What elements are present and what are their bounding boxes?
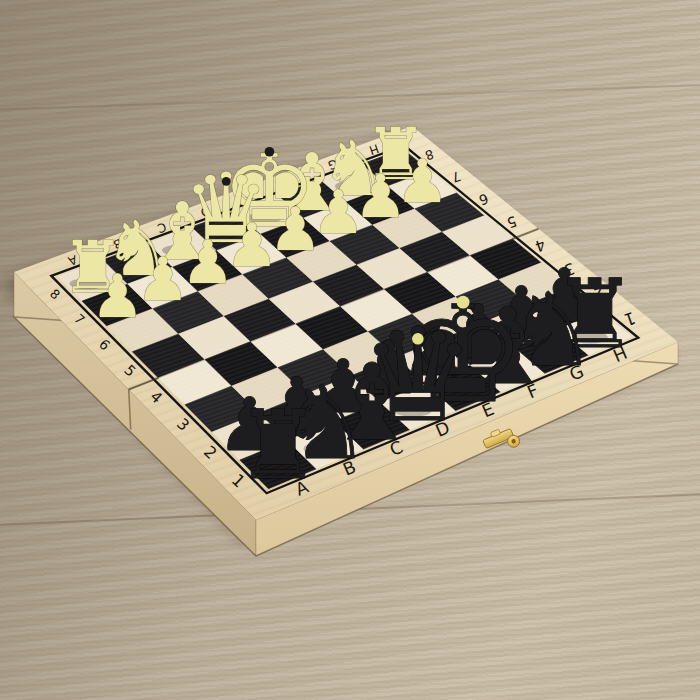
chessboard-photo: AABBCCDDEEFFGGHH8877665544332211♜♞♟♝♟♚♟♛… [0, 0, 700, 700]
royal-finial-white [222, 177, 231, 186]
piece-black-rook-a1: ♜ [235, 390, 320, 500]
product-photo-stage: AABBCCDDEEFFGGHH8877665544332211♜♞♟♝♟♚♟♛… [0, 0, 700, 700]
piece-white-pawn-a7: ♟ [91, 261, 145, 331]
piece-glyph-rook: ♜ [235, 390, 320, 500]
piece-glyph-pawn: ♟ [91, 261, 145, 331]
